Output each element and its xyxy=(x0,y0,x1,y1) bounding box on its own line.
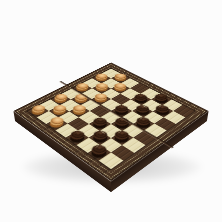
square-h1 xyxy=(99,153,123,169)
dark-checker-piece xyxy=(112,131,132,144)
square-g5 xyxy=(133,117,155,130)
square-g1 xyxy=(87,145,111,161)
dark-checker-piece xyxy=(134,118,153,130)
square-g4 xyxy=(122,124,144,138)
dark-checker-piece xyxy=(133,106,151,117)
square-g3 xyxy=(111,131,134,145)
square-g2 xyxy=(99,138,122,153)
dark-checker-piece xyxy=(91,118,110,130)
square-d3 xyxy=(79,111,100,124)
square-b1 xyxy=(37,111,58,124)
product-photo-scene xyxy=(0,0,222,222)
dark-checker-piece xyxy=(90,131,110,144)
square-h6 xyxy=(154,117,176,130)
square-f3 xyxy=(100,124,122,138)
dark-checker-piece xyxy=(67,131,87,144)
product-photo xyxy=(0,0,222,222)
dark-checker-piece xyxy=(89,146,110,160)
light-checker-piece xyxy=(50,106,68,117)
square-h2 xyxy=(111,145,135,161)
square-e4 xyxy=(100,111,121,124)
square-a1 xyxy=(28,105,49,117)
square-d1 xyxy=(56,124,78,138)
square-h7 xyxy=(164,111,185,124)
square-f4 xyxy=(111,117,133,130)
square-h4 xyxy=(134,131,157,145)
light-checker-piece xyxy=(47,118,66,130)
dark-checker-piece xyxy=(112,106,130,117)
square-f5 xyxy=(122,111,143,124)
light-checker-piece xyxy=(71,106,89,117)
square-c1 xyxy=(46,117,68,130)
square-h5 xyxy=(144,124,166,138)
square-f1 xyxy=(76,138,99,153)
square-d2 xyxy=(68,117,90,130)
square-g6 xyxy=(143,111,164,124)
square-e1 xyxy=(66,131,89,145)
square-f2 xyxy=(88,131,111,145)
square-e2 xyxy=(78,124,100,138)
square-e3 xyxy=(89,117,111,130)
square-c2 xyxy=(58,111,79,124)
dark-checker-piece xyxy=(112,118,131,130)
light-checker-piece xyxy=(29,106,47,117)
square-h3 xyxy=(123,138,146,153)
dark-checker-piece xyxy=(154,106,172,117)
